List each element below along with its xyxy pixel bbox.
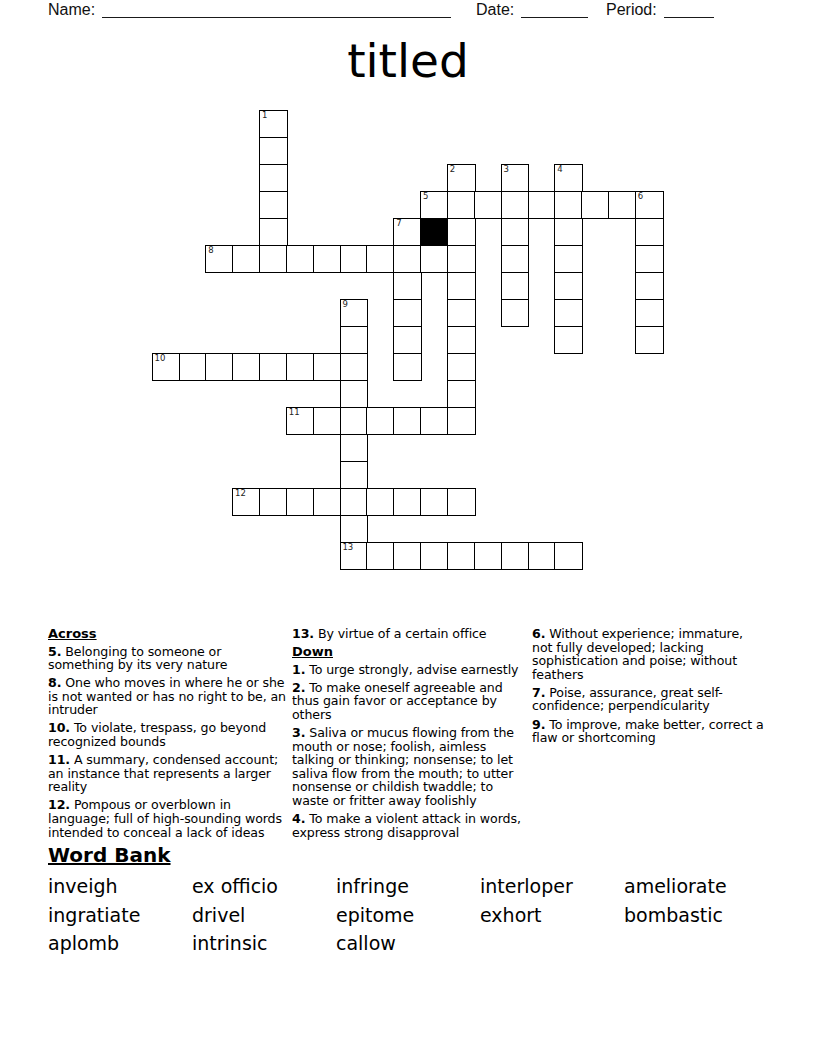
grid-cell[interactable] [528, 191, 557, 220]
date-blank-line[interactable] [521, 17, 588, 18]
grid-cell[interactable] [366, 407, 395, 436]
grid-cell[interactable] [393, 299, 422, 328]
grid-cell[interactable]: 7 [393, 218, 422, 247]
clue-across-13: 13. By virtue of a certain office [292, 627, 530, 641]
clue-across-10: 10. To violate, trespass, go beyond reco… [48, 721, 286, 748]
clue-number-label: 13. [292, 626, 314, 641]
clue-across-11: 11. A summary, condensed account; an ins… [48, 753, 286, 794]
grid-cell[interactable] [340, 407, 369, 436]
word-bank-item: ex officio [192, 872, 336, 901]
word-bank-list: inveighex officioinfringeinterloperameli… [48, 872, 768, 958]
word-bank-heading: Word Bank [48, 843, 768, 867]
clue-number: 12 [235, 489, 246, 498]
across-heading: Across [48, 627, 286, 641]
grid-cell[interactable] [340, 434, 369, 463]
word-bank-item: ameliorate [624, 872, 768, 901]
clue-down-2: 2. To make oneself agreeable and thus ga… [292, 681, 530, 722]
grid-cell[interactable] [420, 407, 449, 436]
grid-cell[interactable]: 5 [420, 191, 449, 220]
word-bank-section: Word Bank inveighex officioinfringeinter… [48, 843, 768, 958]
clue-down-1: 1. To urge strongly, advise earnestly [292, 663, 530, 677]
grid-cell[interactable] [447, 488, 476, 517]
clue-number: 11 [289, 408, 300, 417]
clue-column-1: Across5. Belonging to someone or somethi… [48, 627, 286, 844]
clue-down-9: 9. To improve, make better, correct a fl… [532, 718, 764, 745]
grid-cell[interactable] [393, 488, 422, 517]
clue-number: 2 [450, 165, 455, 174]
word-bank-item: inveigh [48, 872, 192, 901]
grid-cell[interactable] [340, 380, 369, 409]
grid-cell[interactable] [474, 542, 503, 571]
clue-number: 7 [396, 219, 401, 228]
grid-cell[interactable] [313, 245, 342, 274]
word-bank-item: bombastic [624, 901, 768, 930]
clue-number-label: 8. [48, 675, 61, 690]
clue-across-12: 12. Pompous or overblown in language; fu… [48, 798, 286, 839]
grid-cell[interactable] [286, 488, 315, 517]
grid-cell[interactable] [205, 353, 234, 382]
grid-cell[interactable] [286, 245, 315, 274]
word-bank-item: drivel [192, 901, 336, 930]
grid-cell[interactable]: 11 [286, 407, 315, 436]
grid-cell[interactable] [554, 245, 583, 274]
grid-cell[interactable] [420, 542, 449, 571]
grid-cell[interactable] [554, 326, 583, 355]
grid-cell[interactable] [286, 353, 315, 382]
clue-number: 6 [638, 192, 643, 201]
grid-cell[interactable] [393, 272, 422, 301]
period-blank-line[interactable] [664, 17, 714, 18]
grid-cell[interactable] [366, 542, 395, 571]
name-label: Name: [48, 1, 95, 18]
grid-cell[interactable]: 12 [232, 488, 261, 517]
clue-number-label: 11. [48, 752, 70, 767]
date-label: Date: [476, 1, 514, 18]
grid-cell[interactable] [501, 218, 530, 247]
grid-cell[interactable] [259, 353, 288, 382]
grid-cell[interactable] [447, 245, 476, 274]
grid-cell[interactable] [581, 191, 610, 220]
grid-cell[interactable]: 13 [340, 542, 369, 571]
grid-cell[interactable] [501, 272, 530, 301]
grid-cell[interactable] [501, 542, 530, 571]
grid-cell[interactable] [554, 299, 583, 328]
period-field-group: Period: [606, 1, 714, 19]
grid-cell[interactable] [447, 326, 476, 355]
grid-cell[interactable] [447, 191, 476, 220]
grid-cell[interactable] [179, 353, 208, 382]
black-cell [420, 218, 449, 247]
word-bank-item: interloper [480, 872, 624, 901]
clue-column-3: 6. Without experience; immature, not ful… [532, 627, 764, 749]
grid-cell[interactable] [313, 488, 342, 517]
grid-cell[interactable] [420, 488, 449, 517]
grid-cell[interactable] [501, 245, 530, 274]
clue-number: 5 [423, 192, 428, 201]
puzzle-title: titled [0, 33, 816, 88]
word-bank-item: callow [336, 929, 480, 958]
grid-cell[interactable] [528, 542, 557, 571]
date-field-group: Date: [476, 1, 588, 19]
grid-cell[interactable] [340, 326, 369, 355]
grid-cell[interactable] [635, 245, 664, 274]
period-label: Period: [606, 1, 657, 18]
grid-cell[interactable] [313, 353, 342, 382]
grid-cell[interactable] [259, 488, 288, 517]
grid-cell[interactable] [474, 191, 503, 220]
clue-number: 9 [342, 300, 347, 309]
grid-cell[interactable] [340, 245, 369, 274]
grid-cell[interactable] [447, 218, 476, 247]
grid-cell[interactable] [393, 326, 422, 355]
grid-cell[interactable] [393, 245, 422, 274]
grid-cell[interactable] [554, 272, 583, 301]
grid-cell[interactable] [635, 326, 664, 355]
grid-cell[interactable] [447, 407, 476, 436]
clue-number-label: 10. [48, 720, 70, 735]
clue-column-2: 13. By virtue of a certain officeDown1. … [292, 627, 530, 844]
name-field-group: Name: [48, 1, 451, 19]
word-bank-item: epitome [336, 901, 480, 930]
grid-cell[interactable] [340, 461, 369, 490]
clue-number: 4 [557, 165, 562, 174]
grid-cell[interactable]: 8 [205, 245, 234, 274]
grid-cell[interactable] [420, 245, 449, 274]
clue-down-3: 3. Saliva or mucus flowing from the mout… [292, 726, 530, 808]
grid-cell[interactable] [393, 353, 422, 382]
grid-cell[interactable] [259, 164, 288, 193]
grid-cell[interactable] [259, 137, 288, 166]
clue-number-label: 9. [532, 717, 545, 732]
clue-number-label: 2. [292, 680, 305, 695]
clue-down-4: 4. To make a violent attack in words, ex… [292, 812, 530, 839]
grid-cell[interactable] [447, 272, 476, 301]
grid-cell[interactable] [635, 272, 664, 301]
grid-cell[interactable]: 4 [554, 164, 583, 193]
grid-cell[interactable]: 2 [447, 164, 476, 193]
word-bank-item: intrinsic [192, 929, 336, 958]
grid-cell[interactable]: 1 [259, 110, 288, 139]
down-heading: Down [292, 645, 530, 659]
grid-cell[interactable] [635, 218, 664, 247]
clue-down-6: 6. Without experience; immature, not ful… [532, 627, 764, 681]
clue-number-label: 5. [48, 644, 61, 659]
grid-cell[interactable] [501, 191, 530, 220]
grid-cell[interactable] [366, 488, 395, 517]
grid-cell[interactable] [340, 488, 369, 517]
clue-number-label: 7. [532, 685, 545, 700]
grid-cell[interactable] [554, 542, 583, 571]
grid-cell[interactable] [232, 353, 261, 382]
name-blank-line[interactable] [102, 17, 451, 18]
grid-cell[interactable] [635, 299, 664, 328]
grid-cell[interactable]: 3 [501, 164, 530, 193]
clue-down-7: 7. Poise, assurance, great self-confiden… [532, 686, 764, 713]
clue-across-8: 8. One who moves in where he or she is n… [48, 676, 286, 717]
grid-cell[interactable] [393, 542, 422, 571]
grid-cell[interactable] [447, 542, 476, 571]
word-bank-item: ingratiate [48, 901, 192, 930]
grid-cell[interactable] [608, 191, 637, 220]
clue-number-label: 4. [292, 811, 305, 826]
clue-number: 13 [342, 543, 353, 552]
clue-across-5: 5. Belonging to someone or something by … [48, 645, 286, 672]
grid-cell[interactable] [447, 380, 476, 409]
grid-cell[interactable] [447, 299, 476, 328]
clue-number: 3 [504, 165, 509, 174]
grid-cell[interactable]: 6 [635, 191, 664, 220]
grid-cell[interactable] [366, 245, 395, 274]
grid-cell[interactable] [259, 218, 288, 247]
grid-cell[interactable] [259, 191, 288, 220]
grid-cell[interactable] [340, 515, 369, 544]
grid-cell[interactable]: 9 [340, 299, 369, 328]
clue-number-label: 1. [292, 662, 305, 677]
grid-cell[interactable] [447, 353, 476, 382]
clue-number-label: 6. [532, 626, 545, 641]
clue-number: 10 [154, 354, 165, 363]
clue-number-label: 12. [48, 797, 70, 812]
grid-cell[interactable] [393, 407, 422, 436]
grid-cell[interactable] [232, 245, 261, 274]
clue-number-label: 3. [292, 725, 305, 740]
grid-cell[interactable]: 10 [152, 353, 181, 382]
grid-cell[interactable] [501, 299, 530, 328]
grid-cell[interactable] [554, 218, 583, 247]
word-bank-item: exhort [480, 901, 624, 930]
grid-cell[interactable] [259, 245, 288, 274]
grid-cell[interactable] [313, 407, 342, 436]
clue-number: 8 [208, 246, 213, 255]
clue-number: 1 [262, 111, 267, 120]
grid-cell[interactable] [554, 191, 583, 220]
word-bank-item: aplomb [48, 929, 192, 958]
word-bank-item: infringe [336, 872, 480, 901]
grid-cell[interactable] [340, 353, 369, 382]
